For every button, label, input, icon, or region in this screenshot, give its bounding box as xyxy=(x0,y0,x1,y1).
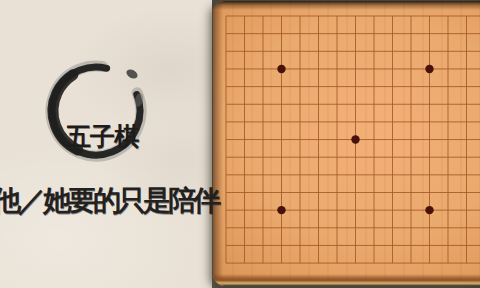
star-point xyxy=(277,65,285,73)
star-point xyxy=(425,65,433,73)
board-frame-edge xyxy=(213,1,223,286)
star-point xyxy=(425,206,433,214)
tagline-text: 他／她要的只是陪伴 xyxy=(0,182,223,220)
board-grid[interactable] xyxy=(213,1,480,286)
gomoku-title-screen: 五子棋 他／她要的只是陪伴 xyxy=(0,0,480,288)
game-board[interactable] xyxy=(213,1,480,286)
logo-title: 五子棋 xyxy=(60,120,144,153)
gomoku-logo xyxy=(36,50,162,176)
star-point xyxy=(277,206,285,214)
star-point xyxy=(351,135,359,143)
enso-ink-circle-icon xyxy=(36,50,162,176)
